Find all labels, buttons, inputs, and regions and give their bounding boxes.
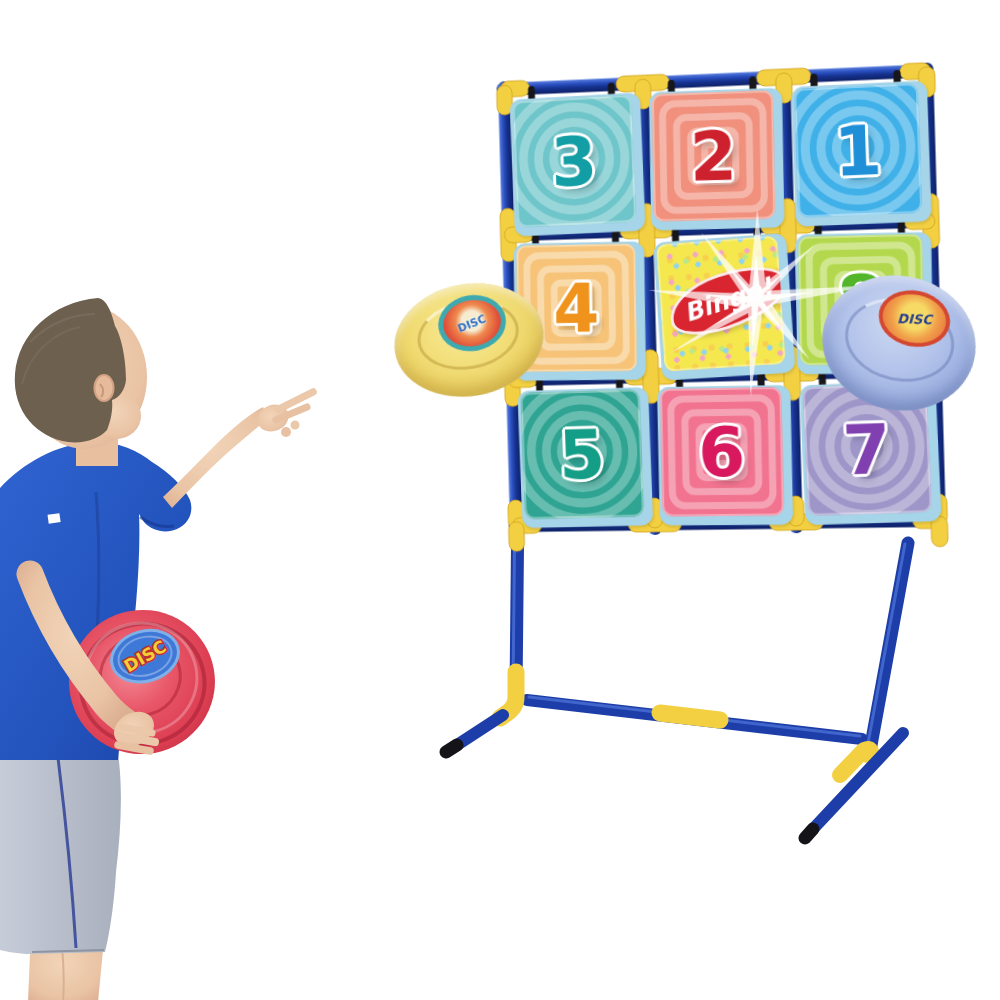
stand-left-leg	[446, 498, 518, 752]
target-panel-1[interactable]: 1	[794, 83, 922, 218]
panel-number: 2	[652, 90, 775, 221]
panel-number: 5	[520, 389, 644, 519]
panel-number: 3	[512, 95, 636, 228]
target-panel-2[interactable]: 2	[652, 90, 775, 221]
right-foot-tip	[805, 829, 813, 838]
panel-number: 6	[660, 387, 784, 516]
boy-shorts	[0, 752, 121, 954]
boy-hair	[15, 298, 126, 442]
shirt-logo	[48, 513, 61, 524]
boy: DISC	[0, 292, 330, 1000]
left-foot-tip	[446, 745, 457, 752]
target-panel-6[interactable]: 6	[660, 387, 784, 516]
stand-right-leg	[805, 543, 908, 838]
boy-ear	[95, 375, 114, 401]
stand-crossbar	[527, 697, 862, 739]
bingo-logo: Bingo!	[662, 255, 786, 346]
boy-pointing-arm	[163, 392, 313, 508]
scene: 3 2 1 4 Bingo! 8	[0, 0, 1000, 1000]
target-panel-3[interactable]: 3	[512, 95, 636, 228]
target-panel-5[interactable]: 5	[520, 389, 644, 519]
target-panel-bingo[interactable]: Bingo!	[656, 235, 786, 371]
panel-number: 1	[794, 83, 922, 218]
boy-head	[15, 298, 147, 466]
